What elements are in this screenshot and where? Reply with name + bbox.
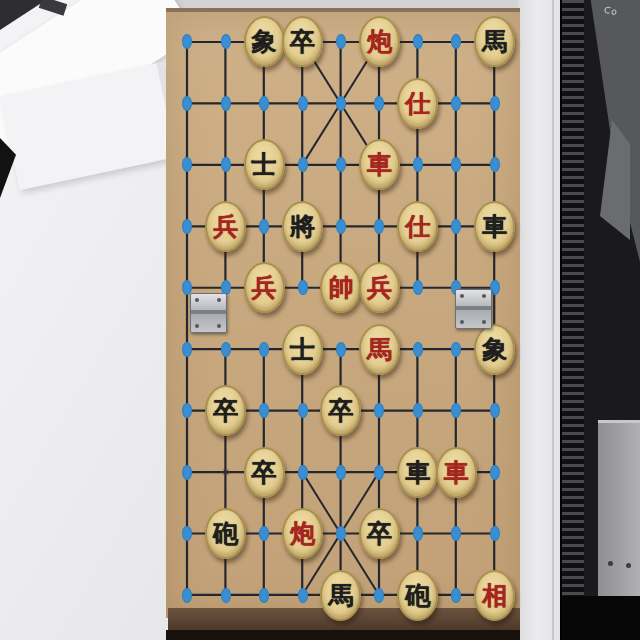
intersection[interactable] <box>283 442 321 504</box>
piece-red-soldier[interactable]: 兵 <box>205 201 246 252</box>
point-marker-icon <box>374 465 384 480</box>
intersection[interactable] <box>168 134 206 196</box>
intersection[interactable]: 士 <box>283 319 321 381</box>
point-marker-icon <box>182 342 192 357</box>
intersection[interactable]: 馬 <box>476 11 514 73</box>
floor-shadow <box>562 596 640 640</box>
point-marker-icon <box>336 34 346 49</box>
intersection[interactable]: 象 <box>245 11 283 73</box>
point-marker-icon <box>451 96 461 111</box>
hinge-right-icon <box>455 289 492 329</box>
point-marker-icon <box>182 34 192 49</box>
point-marker-icon <box>451 219 461 234</box>
point-marker-icon <box>374 219 384 234</box>
point-marker-icon <box>451 403 461 418</box>
star-point-marker-icon: ✳ <box>221 467 230 478</box>
piece-black-cannon[interactable]: 砲 <box>205 508 246 559</box>
intersection[interactable] <box>283 565 321 627</box>
piece-black-chariot[interactable]: 車 <box>397 447 438 498</box>
point-marker-icon <box>221 588 231 603</box>
intersection[interactable]: 卒 <box>283 11 321 73</box>
point-marker-icon <box>182 526 192 541</box>
point-marker-icon <box>298 280 308 295</box>
table-seam <box>552 0 554 640</box>
piece-black-advisor[interactable]: 士 <box>244 139 285 190</box>
piece-black-soldier[interactable]: 卒 <box>205 385 246 436</box>
intersection[interactable] <box>322 134 360 196</box>
point-marker-icon <box>182 157 192 172</box>
table-edge <box>518 0 564 640</box>
point-marker-icon <box>259 588 269 603</box>
point-marker-icon <box>298 157 308 172</box>
intersection[interactable] <box>245 73 283 135</box>
intersection[interactable] <box>437 196 475 258</box>
piece-black-soldier[interactable]: 卒 <box>244 447 285 498</box>
point-marker-icon <box>336 342 346 357</box>
intersection[interactable]: 馬 <box>360 319 398 381</box>
point-marker-icon <box>259 219 269 234</box>
intersection[interactable]: 將 <box>283 196 321 258</box>
intersection[interactable] <box>399 319 437 381</box>
point-marker-icon <box>451 34 461 49</box>
piece-black-general[interactable]: 將 <box>282 201 323 252</box>
intersection[interactable]: 兵 <box>245 257 283 319</box>
point-marker-icon <box>490 157 500 172</box>
point-marker-icon <box>490 465 500 480</box>
piece-red-elephant[interactable]: 相 <box>474 570 515 621</box>
point-marker-icon <box>374 403 384 418</box>
intersection[interactable] <box>168 196 206 258</box>
intersection[interactable] <box>322 442 360 504</box>
intersection[interactable]: 卒 <box>322 380 360 442</box>
intersection[interactable] <box>360 565 398 627</box>
intersection[interactable] <box>168 11 206 73</box>
point-marker-icon <box>259 342 269 357</box>
intersection[interactable] <box>168 503 206 565</box>
intersection[interactable] <box>399 257 437 319</box>
device-panel <box>598 420 640 598</box>
intersection[interactable] <box>399 503 437 565</box>
intersection[interactable] <box>245 196 283 258</box>
intersection[interactable] <box>437 11 475 73</box>
piece-red-cannon[interactable]: 炮 <box>282 508 323 559</box>
point-marker-icon <box>490 96 500 111</box>
point-marker-icon <box>221 96 231 111</box>
piece-red-advisor[interactable]: 仕 <box>397 78 438 129</box>
point-marker-icon <box>413 526 423 541</box>
intersection[interactable] <box>437 565 475 627</box>
intersection[interactable] <box>245 319 283 381</box>
intersection[interactable] <box>476 134 514 196</box>
intersection[interactable] <box>322 73 360 135</box>
intersection[interactable] <box>206 11 244 73</box>
point-marker-icon <box>182 588 192 603</box>
intersection[interactable] <box>399 380 437 442</box>
cable-chain <box>560 0 584 640</box>
point-marker-icon <box>182 403 192 418</box>
point-marker-icon <box>451 157 461 172</box>
intersection[interactable]: 車 <box>437 442 475 504</box>
screw-icon <box>626 563 631 568</box>
piece-black-horse[interactable]: 馬 <box>320 570 361 621</box>
point-marker-icon <box>259 96 269 111</box>
intersection[interactable] <box>283 73 321 135</box>
intersection[interactable] <box>360 442 398 504</box>
intersection[interactable] <box>168 380 206 442</box>
intersection[interactable]: 馬 <box>322 565 360 627</box>
point-marker-icon <box>298 588 308 603</box>
intersection[interactable] <box>283 257 321 319</box>
point-marker-icon <box>490 403 500 418</box>
intersection[interactable]: 仕 <box>399 73 437 135</box>
point-marker-icon <box>413 34 423 49</box>
intersection[interactable] <box>206 565 244 627</box>
point-marker-icon <box>221 342 231 357</box>
point-marker-icon <box>336 526 346 541</box>
intersection[interactable] <box>322 196 360 258</box>
intersection[interactable] <box>245 565 283 627</box>
point-marker-icon <box>221 34 231 49</box>
intersection[interactable] <box>476 73 514 135</box>
intersection[interactable]: 相 <box>476 565 514 627</box>
point-marker-icon <box>298 96 308 111</box>
intersection[interactable]: 車 <box>476 196 514 258</box>
point-marker-icon <box>259 403 269 418</box>
intersection[interactable]: 仕 <box>399 196 437 258</box>
intersection[interactable]: 車 <box>360 134 398 196</box>
intersection[interactable]: 炮 <box>283 503 321 565</box>
intersection[interactable] <box>168 565 206 627</box>
intersection[interactable] <box>322 11 360 73</box>
piece-red-general[interactable]: 帥 <box>320 262 361 313</box>
point-marker-icon <box>182 465 192 480</box>
piece-black-cannon[interactable]: 砲 <box>397 570 438 621</box>
intersection[interactable] <box>283 134 321 196</box>
point-marker-icon <box>259 526 269 541</box>
point-marker-icon <box>451 588 461 603</box>
point-marker-icon <box>182 96 192 111</box>
point-marker-icon <box>451 342 461 357</box>
screw-icon <box>608 561 613 566</box>
intersection[interactable] <box>399 11 437 73</box>
hinge-left-icon <box>190 293 227 333</box>
piece-black-elephant[interactable]: 象 <box>244 16 285 67</box>
intersection[interactable] <box>437 503 475 565</box>
piece-black-chariot[interactable]: 車 <box>474 201 515 252</box>
piece-black-soldier[interactable]: 卒 <box>320 385 361 436</box>
point-marker-icon <box>413 403 423 418</box>
piece-black-advisor[interactable]: 士 <box>282 324 323 375</box>
intersection[interactable] <box>360 196 398 258</box>
piece-red-chariot[interactable]: 車 <box>436 447 477 498</box>
photo-scene: Co 象卒炮馬仕士車兵將仕車兵帥兵士馬象卒卒✳卒車車砲炮卒馬砲相 <box>0 0 640 640</box>
point-marker-icon <box>451 526 461 541</box>
intersection[interactable] <box>437 380 475 442</box>
piece-red-soldier[interactable]: 兵 <box>359 262 400 313</box>
intersection[interactable]: 卒 <box>206 380 244 442</box>
point-marker-icon <box>336 157 346 172</box>
intersection[interactable] <box>168 442 206 504</box>
intersection[interactable] <box>437 134 475 196</box>
point-marker-icon <box>374 588 384 603</box>
intersection[interactable]: 卒 <box>360 503 398 565</box>
intersection[interactable] <box>476 442 514 504</box>
point-marker-icon <box>413 280 423 295</box>
intersection[interactable]: 炮 <box>360 11 398 73</box>
intersection[interactable]: 砲 <box>206 503 244 565</box>
piece-red-horse[interactable]: 馬 <box>359 324 400 375</box>
point-marker-icon <box>298 465 308 480</box>
intersection[interactable]: 兵 <box>206 196 244 258</box>
point-marker-icon <box>221 157 231 172</box>
intersection[interactable] <box>168 73 206 135</box>
point-marker-icon <box>413 342 423 357</box>
intersection[interactable]: ✳ <box>206 442 244 504</box>
point-marker-icon <box>413 157 423 172</box>
intersection[interactable]: 帥 <box>322 257 360 319</box>
intersection[interactable] <box>245 503 283 565</box>
point-marker-icon <box>298 403 308 418</box>
intersection[interactable] <box>322 503 360 565</box>
point-marker-icon <box>374 96 384 111</box>
point-marker-icon <box>336 465 346 480</box>
board-shadow <box>166 630 520 640</box>
intersection[interactable]: 車 <box>399 442 437 504</box>
intersection[interactable] <box>206 134 244 196</box>
point-marker-icon <box>336 96 346 111</box>
intersection[interactable] <box>245 380 283 442</box>
intersection[interactable] <box>283 380 321 442</box>
piece-red-cannon[interactable]: 炮 <box>359 16 400 67</box>
piece-red-chariot[interactable]: 車 <box>359 139 400 190</box>
piece-red-soldier[interactable]: 兵 <box>244 262 285 313</box>
intersection[interactable] <box>476 380 514 442</box>
intersection[interactable] <box>322 319 360 381</box>
piece-black-soldier[interactable]: 卒 <box>359 508 400 559</box>
intersection[interactable]: 士 <box>245 134 283 196</box>
intersection[interactable]: 砲 <box>399 565 437 627</box>
point-marker-icon <box>182 219 192 234</box>
intersection[interactable] <box>360 380 398 442</box>
intersection[interactable]: 卒 <box>245 442 283 504</box>
piece-red-advisor[interactable]: 仕 <box>397 201 438 252</box>
intersection[interactable] <box>399 134 437 196</box>
intersection[interactable]: 兵 <box>360 257 398 319</box>
piece-black-elephant[interactable]: 象 <box>474 324 515 375</box>
point-marker-icon <box>336 219 346 234</box>
intersection[interactable] <box>437 73 475 135</box>
intersection[interactable] <box>206 73 244 135</box>
point-marker-icon <box>490 526 500 541</box>
intersection[interactable] <box>476 503 514 565</box>
piece-black-horse[interactable]: 馬 <box>474 16 515 67</box>
piece-black-soldier[interactable]: 卒 <box>282 16 323 67</box>
intersection[interactable] <box>360 73 398 135</box>
